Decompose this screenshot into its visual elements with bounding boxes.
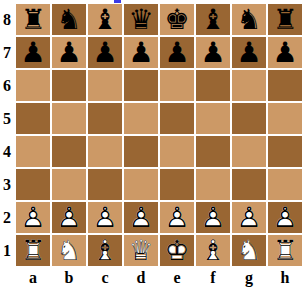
square-f7[interactable]: ♟ [196, 37, 230, 68]
rank-label-1: 1 [0, 235, 14, 266]
square-g6[interactable] [232, 70, 266, 101]
file-label-f: f [196, 268, 230, 292]
square-f8[interactable]: ♝ [196, 4, 230, 35]
file-label-a: a [16, 268, 50, 292]
square-b2[interactable]: ♟♙ [52, 202, 86, 233]
square-b3[interactable] [52, 169, 86, 200]
square-h6[interactable] [268, 70, 302, 101]
piece-solid-layer: ♟ [88, 37, 122, 68]
square-e6[interactable] [160, 70, 194, 101]
white-pawn-piece: ♟♙ [268, 202, 302, 233]
square-b5[interactable] [52, 103, 86, 134]
square-f1[interactable]: ♝♗ [196, 235, 230, 266]
rank-label-5: 5 [0, 103, 14, 134]
white-knight-piece: ♞♘ [52, 235, 86, 266]
black-pawn-piece: ♟ [232, 37, 266, 68]
file-label-d: d [124, 268, 158, 292]
black-knight-piece: ♞ [232, 4, 266, 35]
piece-solid-layer: ♚ [160, 4, 194, 35]
square-b6[interactable] [52, 70, 86, 101]
file-label-g: g [232, 268, 266, 292]
file-label-c: c [88, 268, 122, 292]
black-rook-piece: ♜ [268, 4, 302, 35]
square-g1[interactable]: ♞♘ [232, 235, 266, 266]
piece-solid-layer: ♟ [196, 37, 230, 68]
square-e1[interactable]: ♚♔ [160, 235, 194, 266]
black-queen-piece: ♛ [124, 4, 158, 35]
square-h1[interactable]: ♜♖ [268, 235, 302, 266]
piece-solid-layer: ♟ [268, 37, 302, 68]
white-bishop-piece: ♝♗ [196, 235, 230, 266]
square-h4[interactable] [268, 136, 302, 167]
black-rook-piece: ♜ [16, 4, 50, 35]
square-d8[interactable]: ♛ [124, 4, 158, 35]
square-f4[interactable] [196, 136, 230, 167]
square-g8[interactable]: ♞ [232, 4, 266, 35]
piece-solid-layer: ♜ [268, 4, 302, 35]
white-pawn-piece: ♟♙ [124, 202, 158, 233]
piece-outline-layer: ♗ [88, 235, 122, 266]
white-rook-piece: ♜♖ [16, 235, 50, 266]
square-h3[interactable] [268, 169, 302, 200]
black-king-piece: ♚ [160, 4, 194, 35]
square-h2[interactable]: ♟♙ [268, 202, 302, 233]
piece-solid-layer: ♟ [52, 37, 86, 68]
black-pawn-piece: ♟ [196, 37, 230, 68]
square-b4[interactable] [52, 136, 86, 167]
rank-label-6: 6 [0, 70, 14, 101]
rank-label-2: 2 [0, 202, 14, 233]
piece-solid-layer: ♟ [16, 37, 50, 68]
black-pawn-piece: ♟ [160, 37, 194, 68]
square-d6[interactable] [124, 70, 158, 101]
white-queen-piece: ♛♕ [124, 235, 158, 266]
piece-solid-layer: ♞ [232, 4, 266, 35]
square-b1[interactable]: ♞♘ [52, 235, 86, 266]
square-a2[interactable]: ♟♙ [16, 202, 50, 233]
piece-outline-layer: ♙ [268, 202, 302, 233]
piece-outline-layer: ♖ [268, 235, 302, 266]
rank-label-8: 8 [0, 4, 14, 35]
square-d4[interactable] [124, 136, 158, 167]
piece-outline-layer: ♙ [160, 202, 194, 233]
square-d2[interactable]: ♟♙ [124, 202, 158, 233]
piece-solid-layer: ♝ [196, 4, 230, 35]
white-pawn-piece: ♟♙ [88, 202, 122, 233]
square-h5[interactable] [268, 103, 302, 134]
square-d7[interactable]: ♟ [124, 37, 158, 68]
square-e7[interactable]: ♟ [160, 37, 194, 68]
square-h7[interactable]: ♟ [268, 37, 302, 68]
square-a6[interactable] [16, 70, 50, 101]
white-pawn-piece: ♟♙ [52, 202, 86, 233]
square-g2[interactable]: ♟♙ [232, 202, 266, 233]
board-corner [0, 268, 14, 292]
white-pawn-piece: ♟♙ [232, 202, 266, 233]
square-c2[interactable]: ♟♙ [88, 202, 122, 233]
black-pawn-piece: ♟ [16, 37, 50, 68]
rank-label-7: 7 [0, 37, 14, 68]
square-a5[interactable] [16, 103, 50, 134]
square-c3[interactable] [88, 169, 122, 200]
black-bishop-piece: ♝ [196, 4, 230, 35]
square-d5[interactable] [124, 103, 158, 134]
white-king-piece: ♚♔ [160, 235, 194, 266]
white-rook-piece: ♜♖ [268, 235, 302, 266]
file-label-e: e [160, 268, 194, 292]
piece-outline-layer: ♙ [124, 202, 158, 233]
square-c8[interactable]: ♝ [88, 4, 122, 35]
file-label-h: h [268, 268, 302, 292]
piece-solid-layer: ♝ [88, 4, 122, 35]
piece-outline-layer: ♙ [196, 202, 230, 233]
white-pawn-piece: ♟♙ [196, 202, 230, 233]
rank-label-3: 3 [0, 169, 14, 200]
piece-outline-layer: ♕ [124, 235, 158, 266]
square-c6[interactable] [88, 70, 122, 101]
white-pawn-piece: ♟♙ [16, 202, 50, 233]
piece-solid-layer: ♟ [124, 37, 158, 68]
piece-outline-layer: ♙ [88, 202, 122, 233]
piece-outline-layer: ♘ [52, 235, 86, 266]
square-d3[interactable] [124, 169, 158, 200]
square-c5[interactable] [88, 103, 122, 134]
black-pawn-piece: ♟ [52, 37, 86, 68]
piece-solid-layer: ♞ [52, 4, 86, 35]
white-knight-piece: ♞♘ [232, 235, 266, 266]
square-f2[interactable]: ♟♙ [196, 202, 230, 233]
square-c4[interactable] [88, 136, 122, 167]
black-knight-piece: ♞ [52, 4, 86, 35]
piece-outline-layer: ♘ [232, 235, 266, 266]
piece-outline-layer: ♙ [52, 202, 86, 233]
square-f6[interactable] [196, 70, 230, 101]
piece-outline-layer: ♖ [16, 235, 50, 266]
piece-solid-layer: ♟ [160, 37, 194, 68]
black-pawn-piece: ♟ [88, 37, 122, 68]
square-f3[interactable] [196, 169, 230, 200]
square-d1[interactable]: ♛♕ [124, 235, 158, 266]
square-e4[interactable] [160, 136, 194, 167]
square-a7[interactable]: ♟ [16, 37, 50, 68]
chess-board: 8♜♞♝♛♚♝♞♜7♟♟♟♟♟♟♟♟65432♟♙♟♙♟♙♟♙♟♙♟♙♟♙♟♙1… [0, 0, 304, 292]
square-a4[interactable] [16, 136, 50, 167]
square-c1[interactable]: ♝♗ [88, 235, 122, 266]
square-b7[interactable]: ♟ [52, 37, 86, 68]
square-e8[interactable]: ♚ [160, 4, 194, 35]
square-a1[interactable]: ♜♖ [16, 235, 50, 266]
square-f5[interactable] [196, 103, 230, 134]
piece-outline-layer: ♙ [16, 202, 50, 233]
black-pawn-piece: ♟ [268, 37, 302, 68]
black-pawn-piece: ♟ [124, 37, 158, 68]
file-label-b: b [52, 268, 86, 292]
piece-solid-layer: ♛ [124, 4, 158, 35]
piece-outline-layer: ♗ [196, 235, 230, 266]
piece-outline-layer: ♔ [160, 235, 194, 266]
square-g4[interactable] [232, 136, 266, 167]
square-g3[interactable] [232, 169, 266, 200]
piece-solid-layer: ♟ [232, 37, 266, 68]
white-pawn-piece: ♟♙ [160, 202, 194, 233]
square-b8[interactable]: ♞ [52, 4, 86, 35]
square-a3[interactable] [16, 169, 50, 200]
black-bishop-piece: ♝ [88, 4, 122, 35]
piece-solid-layer: ♜ [16, 4, 50, 35]
square-e2[interactable]: ♟♙ [160, 202, 194, 233]
white-bishop-piece: ♝♗ [88, 235, 122, 266]
piece-outline-layer: ♙ [232, 202, 266, 233]
square-a8[interactable]: ♜ [16, 4, 50, 35]
square-e3[interactable] [160, 169, 194, 200]
square-h8[interactable]: ♜ [268, 4, 302, 35]
square-g7[interactable]: ♟ [232, 37, 266, 68]
square-e5[interactable] [160, 103, 194, 134]
square-g5[interactable] [232, 103, 266, 134]
rank-label-4: 4 [0, 136, 14, 167]
square-c7[interactable]: ♟ [88, 37, 122, 68]
